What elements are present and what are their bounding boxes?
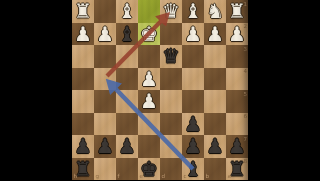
piece-white-bishop-f1: ♝ [118, 1, 136, 21]
piece-white-pawn-e4: ♟ [140, 68, 158, 88]
square-f3[interactable] [116, 45, 138, 68]
square-e4[interactable]: ♟ [138, 68, 160, 91]
square-a2[interactable]: ♟2 [226, 23, 248, 46]
square-e2[interactable]: ♚ [138, 23, 160, 46]
piece-black-king-e8: ♚ [140, 158, 158, 178]
square-a1[interactable]: ♜1 [226, 0, 248, 23]
square-h3[interactable] [72, 45, 94, 68]
square-b8[interactable]: b [204, 158, 226, 181]
piece-black-pawn-a7: ♟ [228, 136, 246, 156]
square-g1[interactable] [94, 0, 116, 23]
square-c7[interactable]: ♟ [182, 135, 204, 158]
square-d6[interactable] [160, 113, 182, 136]
piece-white-queen-d1: ♛ [162, 1, 180, 21]
square-h7[interactable]: ♟ [72, 135, 94, 158]
square-f5[interactable] [116, 90, 138, 113]
piece-black-bishop-f2: ♝ [118, 23, 136, 43]
square-g3[interactable] [94, 45, 116, 68]
file-label-e: e [140, 174, 143, 180]
piece-white-rook-a1: ♜ [228, 1, 246, 21]
square-g5[interactable] [94, 90, 116, 113]
square-b3[interactable] [204, 45, 226, 68]
square-d1[interactable]: ♛ [160, 0, 182, 23]
piece-white-pawn-c2: ♟ [184, 23, 202, 43]
piece-white-pawn-g2: ♟ [96, 23, 114, 43]
chess-board[interactable]: ♜♝♛♝♞♜1♟♟♝♚♟♟♟2♛3♟4♟5♟6♟♟♟♟♟♟7♜hgf♚ed♝cb… [72, 0, 248, 180]
file-label-h: h [74, 174, 78, 180]
file-label-g: g [96, 174, 100, 180]
file-label-a: a [228, 174, 231, 180]
piece-white-pawn-a2: ♟ [228, 23, 246, 43]
rank-label-5: 5 [244, 92, 248, 98]
rank-label-4: 4 [244, 69, 248, 75]
square-e3[interactable] [138, 45, 160, 68]
square-c4[interactable] [182, 68, 204, 91]
square-f1[interactable]: ♝ [116, 0, 138, 23]
square-b1[interactable]: ♞ [204, 0, 226, 23]
square-f8[interactable]: f [116, 158, 138, 181]
square-e7[interactable] [138, 135, 160, 158]
square-g8[interactable]: g [94, 158, 116, 181]
piece-black-rook-h8: ♜ [74, 158, 92, 178]
piece-white-rook-h1: ♜ [74, 1, 92, 21]
square-d3[interactable]: ♛ [160, 45, 182, 68]
square-b4[interactable] [204, 68, 226, 91]
square-h1[interactable]: ♜ [72, 0, 94, 23]
square-h5[interactable] [72, 90, 94, 113]
square-g4[interactable] [94, 68, 116, 91]
square-h2[interactable]: ♟ [72, 23, 94, 46]
piece-black-bishop-c8: ♝ [184, 158, 202, 178]
square-b5[interactable] [204, 90, 226, 113]
square-c8[interactable]: ♝c [182, 158, 204, 181]
rank-label-1: 1 [244, 2, 248, 8]
square-a5[interactable]: 5 [226, 90, 248, 113]
square-c1[interactable]: ♝ [182, 0, 204, 23]
square-c5[interactable] [182, 90, 204, 113]
rank-label-8: 8 [244, 159, 248, 165]
square-a6[interactable]: 6 [226, 113, 248, 136]
piece-black-pawn-b7: ♟ [206, 136, 224, 156]
piece-black-pawn-g7: ♟ [96, 136, 114, 156]
square-b2[interactable]: ♟ [204, 23, 226, 46]
square-c6[interactable]: ♟ [182, 113, 204, 136]
file-label-f: f [118, 174, 120, 180]
square-e6[interactable] [138, 113, 160, 136]
piece-white-pawn-e5: ♟ [140, 91, 158, 111]
square-h6[interactable] [72, 113, 94, 136]
square-g6[interactable] [94, 113, 116, 136]
square-f6[interactable] [116, 113, 138, 136]
piece-white-bishop-c1: ♝ [184, 1, 202, 21]
square-b6[interactable] [204, 113, 226, 136]
video-frame: ♜♝♛♝♞♜1♟♟♝♚♟♟♟2♛3♟4♟5♟6♟♟♟♟♟♟7♜hgf♚ed♝cb… [0, 0, 320, 180]
rank-label-3: 3 [244, 47, 248, 53]
square-d2[interactable] [160, 23, 182, 46]
piece-black-rook-a8: ♜ [228, 158, 246, 178]
piece-white-pawn-h2: ♟ [74, 23, 92, 43]
square-d7[interactable] [160, 135, 182, 158]
square-a7[interactable]: ♟7 [226, 135, 248, 158]
square-e5[interactable]: ♟ [138, 90, 160, 113]
square-a3[interactable]: 3 [226, 45, 248, 68]
square-d8[interactable]: d [160, 158, 182, 181]
file-label-b: b [206, 174, 210, 180]
piece-black-pawn-f7: ♟ [118, 136, 136, 156]
file-label-d: d [162, 174, 166, 180]
square-a4[interactable]: 4 [226, 68, 248, 91]
file-label-c: c [184, 174, 187, 180]
piece-white-knight-b1: ♞ [206, 1, 224, 21]
square-c3[interactable] [182, 45, 204, 68]
piece-white-pawn-b2: ♟ [206, 23, 224, 43]
piece-black-queen-d3: ♛ [162, 46, 180, 66]
rank-label-6: 6 [244, 114, 248, 120]
square-a8[interactable]: ♜8a [226, 158, 248, 181]
piece-black-pawn-h7: ♟ [74, 136, 92, 156]
square-b7[interactable]: ♟ [204, 135, 226, 158]
piece-black-pawn-c6: ♟ [184, 113, 202, 133]
square-g2[interactable]: ♟ [94, 23, 116, 46]
square-h4[interactable] [72, 68, 94, 91]
square-d4[interactable] [160, 68, 182, 91]
square-h8[interactable]: ♜h [72, 158, 94, 181]
rank-label-7: 7 [244, 137, 248, 143]
square-f2[interactable]: ♝ [116, 23, 138, 46]
square-f7[interactable]: ♟ [116, 135, 138, 158]
square-f4[interactable] [116, 68, 138, 91]
square-e8[interactable]: ♚e [138, 158, 160, 181]
rank-label-2: 2 [244, 24, 248, 30]
square-d5[interactable] [160, 90, 182, 113]
square-e1[interactable] [138, 0, 160, 23]
piece-black-pawn-c7: ♟ [184, 136, 202, 156]
square-c2[interactable]: ♟ [182, 23, 204, 46]
square-g7[interactable]: ♟ [94, 135, 116, 158]
piece-white-king-e2: ♚ [140, 23, 158, 43]
